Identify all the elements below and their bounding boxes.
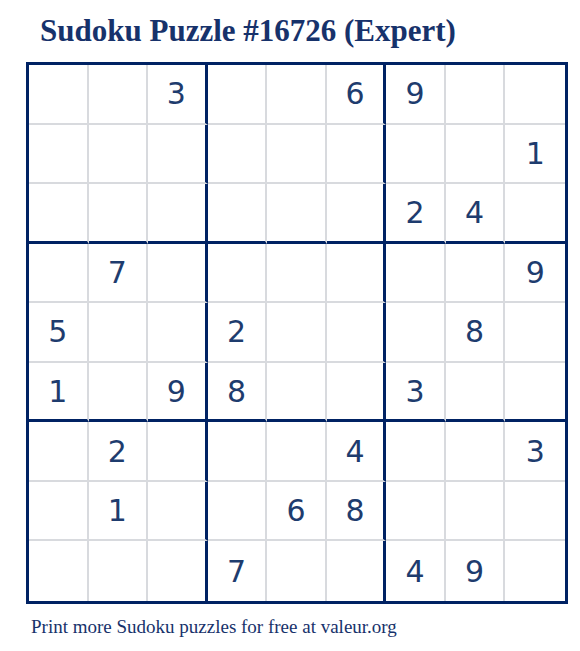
cell-r7c9[interactable]: 3: [505, 422, 565, 482]
cell-r1c4[interactable]: [208, 65, 268, 125]
cell-r2c9[interactable]: 1: [505, 125, 565, 185]
cell-r4c6[interactable]: [327, 244, 387, 304]
cell-r5c7[interactable]: [386, 303, 446, 363]
cell-r9c8[interactable]: 9: [446, 541, 506, 601]
cell-r3c3[interactable]: [148, 184, 208, 244]
cell-r7c3[interactable]: [148, 422, 208, 482]
cell-r1c3[interactable]: 3: [148, 65, 208, 125]
cell-r4c5[interactable]: [267, 244, 327, 304]
cell-r3c9[interactable]: [505, 184, 565, 244]
cell-r1c2[interactable]: [89, 65, 149, 125]
cell-r6c1[interactable]: 1: [29, 363, 89, 423]
cell-r5c2[interactable]: [89, 303, 149, 363]
cell-r9c2[interactable]: [89, 541, 149, 601]
cell-r9c7[interactable]: 4: [386, 541, 446, 601]
sudoku-page: Sudoku Puzzle #16726 (Expert) 3691247952…: [0, 0, 580, 651]
cell-r6c9[interactable]: [505, 363, 565, 423]
cell-r7c2[interactable]: 2: [89, 422, 149, 482]
cell-r5c5[interactable]: [267, 303, 327, 363]
cell-r4c2[interactable]: 7: [89, 244, 149, 304]
cell-r8c5[interactable]: 6: [267, 482, 327, 542]
cell-r2c5[interactable]: [267, 125, 327, 185]
cell-r6c5[interactable]: [267, 363, 327, 423]
cell-r2c7[interactable]: [386, 125, 446, 185]
cell-r7c1[interactable]: [29, 422, 89, 482]
cell-r4c4[interactable]: [208, 244, 268, 304]
cell-r2c4[interactable]: [208, 125, 268, 185]
cell-r6c6[interactable]: [327, 363, 387, 423]
cell-r8c9[interactable]: [505, 482, 565, 542]
cell-r2c3[interactable]: [148, 125, 208, 185]
cell-r1c1[interactable]: [29, 65, 89, 125]
cell-r6c3[interactable]: 9: [148, 363, 208, 423]
cell-r8c4[interactable]: [208, 482, 268, 542]
cell-r7c5[interactable]: [267, 422, 327, 482]
sudoku-board: 369124795281983243168749: [26, 62, 568, 604]
cell-r2c6[interactable]: [327, 125, 387, 185]
cell-r5c1[interactable]: 5: [29, 303, 89, 363]
cell-r9c6[interactable]: [327, 541, 387, 601]
cell-r3c2[interactable]: [89, 184, 149, 244]
cell-r9c1[interactable]: [29, 541, 89, 601]
cell-r3c8[interactable]: 4: [446, 184, 506, 244]
cell-r3c7[interactable]: 2: [386, 184, 446, 244]
cell-r5c4[interactable]: 2: [208, 303, 268, 363]
cell-r8c1[interactable]: [29, 482, 89, 542]
cell-r4c8[interactable]: [446, 244, 506, 304]
cell-r7c7[interactable]: [386, 422, 446, 482]
page-title: Sudoku Puzzle #16726 (Expert): [40, 12, 456, 50]
footer-text: Print more Sudoku puzzles for free at va…: [31, 615, 397, 639]
cell-r3c4[interactable]: [208, 184, 268, 244]
cell-r3c5[interactable]: [267, 184, 327, 244]
cell-r3c1[interactable]: [29, 184, 89, 244]
cell-r6c8[interactable]: [446, 363, 506, 423]
cell-r9c9[interactable]: [505, 541, 565, 601]
cell-r5c6[interactable]: [327, 303, 387, 363]
cell-r8c7[interactable]: [386, 482, 446, 542]
cell-r4c7[interactable]: [386, 244, 446, 304]
cell-r6c2[interactable]: [89, 363, 149, 423]
cell-r8c8[interactable]: [446, 482, 506, 542]
cell-r8c2[interactable]: 1: [89, 482, 149, 542]
cell-r5c9[interactable]: [505, 303, 565, 363]
cell-r4c9[interactable]: 9: [505, 244, 565, 304]
cell-r3c6[interactable]: [327, 184, 387, 244]
cell-r2c2[interactable]: [89, 125, 149, 185]
cell-r6c4[interactable]: 8: [208, 363, 268, 423]
cell-r6c7[interactable]: 3: [386, 363, 446, 423]
cell-r1c6[interactable]: 6: [327, 65, 387, 125]
cell-r9c4[interactable]: 7: [208, 541, 268, 601]
cell-r7c6[interactable]: 4: [327, 422, 387, 482]
cell-r2c8[interactable]: [446, 125, 506, 185]
cell-r7c8[interactable]: [446, 422, 506, 482]
cell-r5c8[interactable]: 8: [446, 303, 506, 363]
cell-r1c7[interactable]: 9: [386, 65, 446, 125]
cell-r1c5[interactable]: [267, 65, 327, 125]
cell-r5c3[interactable]: [148, 303, 208, 363]
cell-r1c9[interactable]: [505, 65, 565, 125]
cell-r4c3[interactable]: [148, 244, 208, 304]
cell-r2c1[interactable]: [29, 125, 89, 185]
cell-r8c6[interactable]: 8: [327, 482, 387, 542]
cell-r1c8[interactable]: [446, 65, 506, 125]
cell-r8c3[interactable]: [148, 482, 208, 542]
cell-r7c4[interactable]: [208, 422, 268, 482]
cell-r9c5[interactable]: [267, 541, 327, 601]
cell-r9c3[interactable]: [148, 541, 208, 601]
cell-r4c1[interactable]: [29, 244, 89, 304]
